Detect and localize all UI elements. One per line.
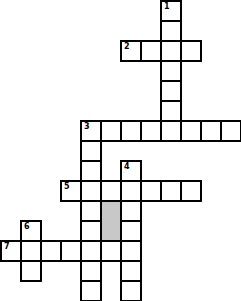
cell-r3-c8[interactable] xyxy=(160,60,182,82)
cell-r12-c6[interactable] xyxy=(120,240,142,262)
cell-r12-c2[interactable] xyxy=(40,240,62,262)
clue-number-2: 2 xyxy=(124,42,130,51)
cell-r9-c4[interactable] xyxy=(80,180,102,202)
cell-r11-c6[interactable] xyxy=(120,220,142,242)
cell-r9-c9[interactable] xyxy=(180,180,202,202)
clue-number-6: 6 xyxy=(24,222,30,231)
cell-r8-c6[interactable]: 4 xyxy=(120,160,142,182)
cell-r13-c6[interactable] xyxy=(120,260,142,282)
clue-number-1: 1 xyxy=(164,2,170,11)
cell-r12-c0[interactable]: 7 xyxy=(0,240,22,262)
cell-r12-c5[interactable] xyxy=(100,240,122,262)
cell-r9-c5[interactable] xyxy=(100,180,122,202)
cell-r9-c3[interactable]: 5 xyxy=(60,180,82,202)
crossword-board: 1234567 xyxy=(0,0,241,301)
cell-r7-c4[interactable] xyxy=(80,140,102,162)
cell-r11-c4[interactable] xyxy=(80,220,102,242)
cell-r14-c4[interactable] xyxy=(80,280,102,301)
cell-r6-c7[interactable] xyxy=(140,120,162,142)
clue-number-4: 4 xyxy=(124,162,130,171)
cell-r5-c8[interactable] xyxy=(160,100,182,122)
cell-r9-c7[interactable] xyxy=(140,180,162,202)
cell-r10-c6[interactable] xyxy=(120,200,142,222)
cell-r2-c7[interactable] xyxy=(140,40,162,62)
cell-r12-c1[interactable] xyxy=(20,240,42,262)
cell-r6-c11[interactable] xyxy=(220,120,241,142)
cell-r6-c9[interactable] xyxy=(180,120,202,142)
cell-r9-c8[interactable] xyxy=(160,180,182,202)
clue-number-7: 7 xyxy=(4,242,10,251)
cell-r13-c1[interactable] xyxy=(20,260,42,282)
cell-r9-c6[interactable] xyxy=(120,180,142,202)
cell-r1-c8[interactable] xyxy=(160,20,182,42)
cell-r8-c4[interactable] xyxy=(80,160,102,182)
cell-r2-c9[interactable] xyxy=(180,40,202,62)
cell-r6-c5[interactable] xyxy=(100,120,122,142)
cell-r12-c4[interactable] xyxy=(80,240,102,262)
cell-r2-c8[interactable] xyxy=(160,40,182,62)
clue-number-3: 3 xyxy=(84,122,90,131)
clue-number-5: 5 xyxy=(64,182,70,191)
cell-r11-c1[interactable]: 6 xyxy=(20,220,42,242)
cell-r6-c4[interactable]: 3 xyxy=(80,120,102,142)
cell-r13-c4[interactable] xyxy=(80,260,102,282)
cell-r0-c8[interactable]: 1 xyxy=(160,0,182,22)
cell-r12-c3[interactable] xyxy=(60,240,82,262)
cell-r6-c10[interactable] xyxy=(200,120,222,142)
highlighted-cell-r10-c5[interactable] xyxy=(100,200,122,242)
cell-r2-c6[interactable]: 2 xyxy=(120,40,142,62)
cell-r10-c4[interactable] xyxy=(80,200,102,222)
cell-r14-c6[interactable] xyxy=(120,280,142,301)
cell-r4-c8[interactable] xyxy=(160,80,182,102)
cell-r6-c6[interactable] xyxy=(120,120,142,142)
cell-r6-c8[interactable] xyxy=(160,120,182,142)
crossword-puzzle-image: 1234567 xyxy=(0,0,241,301)
